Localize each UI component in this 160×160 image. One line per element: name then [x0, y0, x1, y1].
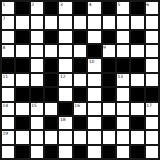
white-cell-r9c8[interactable]: [117, 131, 129, 143]
clue-number-16: 16: [74, 103, 80, 108]
white-cell-r9c7[interactable]: [103, 131, 115, 143]
black-cell-r4c9: [131, 59, 143, 71]
white-cell-r9c5[interactable]: [74, 131, 86, 143]
white-cell-r4c10[interactable]: [146, 59, 158, 71]
white-cell-r9c0[interactable]: 19: [2, 131, 14, 143]
clue-number-3: 3: [60, 2, 63, 7]
clue-number-6: 6: [146, 2, 149, 7]
black-cell-r8c9: [131, 117, 143, 129]
white-cell-r7c6[interactable]: [88, 103, 100, 115]
white-cell-r1c7[interactable]: [103, 16, 115, 28]
white-cell-r10c2[interactable]: [31, 146, 43, 158]
white-cell-r1c8[interactable]: [117, 16, 129, 28]
white-cell-r0c10[interactable]: 6: [146, 2, 158, 14]
white-cell-r6c4[interactable]: [59, 88, 71, 100]
black-cell-r4c8: [117, 59, 129, 71]
white-cell-r10c10[interactable]: [146, 146, 158, 158]
white-cell-r9c9[interactable]: [131, 131, 143, 143]
white-cell-r3c3[interactable]: [45, 45, 57, 57]
white-cell-r5c1[interactable]: [16, 74, 28, 86]
white-cell-r6c8[interactable]: [117, 88, 129, 100]
clue-number-18: 18: [60, 117, 66, 122]
white-cell-r3c4[interactable]: [59, 45, 71, 57]
white-cell-r8c4[interactable]: 18: [59, 117, 71, 129]
white-cell-r8c10[interactable]: [146, 117, 158, 129]
black-cell-r6c1: [16, 88, 28, 100]
black-cell-r8c7: [103, 117, 115, 129]
white-cell-r1c1[interactable]: [16, 16, 28, 28]
black-cell-r5c7: [103, 74, 115, 86]
black-cell-r10c1: [16, 146, 28, 158]
white-cell-r3c5[interactable]: [74, 45, 86, 57]
white-cell-r3c9[interactable]: [131, 45, 143, 57]
white-cell-r3c2[interactable]: [31, 45, 43, 57]
black-cell-r2c3: [45, 31, 57, 43]
white-cell-r5c0[interactable]: 11: [2, 74, 14, 86]
black-cell-r3c6: [88, 45, 100, 57]
white-cell-r9c4[interactable]: [59, 131, 71, 143]
clue-number-11: 11: [3, 74, 9, 79]
black-cell-r4c7: [103, 59, 115, 71]
black-cell-r2c9: [131, 31, 143, 43]
black-cell-r8c5: [74, 117, 86, 129]
white-cell-r7c0[interactable]: 14: [2, 103, 14, 115]
black-cell-r6c9: [131, 88, 143, 100]
clue-number-13: 13: [117, 74, 123, 79]
white-cell-r1c0[interactable]: 7: [2, 16, 14, 28]
black-cell-r2c5: [74, 31, 86, 43]
clue-number-2: 2: [31, 2, 34, 7]
white-cell-r0c8[interactable]: 5: [117, 2, 129, 14]
black-cell-r8c1: [16, 117, 28, 129]
white-cell-r2c10[interactable]: [146, 31, 158, 43]
white-cell-r5c2[interactable]: [31, 74, 43, 86]
clue-number-9: 9: [103, 45, 106, 50]
crossword-puzzle: 12345678910111213141516171819: [0, 0, 160, 160]
white-cell-r2c8[interactable]: [117, 31, 129, 43]
white-cell-r1c2[interactable]: [31, 16, 43, 28]
white-cell-r3c7[interactable]: 9: [103, 45, 115, 57]
black-cell-r2c7: [103, 31, 115, 43]
clue-number-1: 1: [3, 2, 6, 7]
white-cell-r9c6[interactable]: [88, 131, 100, 143]
white-cell-r2c0[interactable]: [2, 31, 14, 43]
white-cell-r4c6[interactable]: 10: [88, 59, 100, 71]
white-cell-r3c8[interactable]: [117, 45, 129, 57]
black-cell-r0c7: [103, 2, 115, 14]
white-cell-r6c0[interactable]: [2, 88, 14, 100]
white-cell-r3c10[interactable]: [146, 45, 158, 57]
white-cell-r9c2[interactable]: [31, 131, 43, 143]
clue-number-10: 10: [89, 59, 95, 64]
black-cell-r10c3: [45, 146, 57, 158]
white-cell-r7c1[interactable]: [16, 103, 28, 115]
white-cell-r1c10[interactable]: [146, 16, 158, 28]
clue-number-19: 19: [3, 131, 9, 136]
white-cell-r8c6[interactable]: [88, 117, 100, 129]
white-cell-r4c4[interactable]: [59, 59, 71, 71]
white-cell-r1c4[interactable]: [59, 16, 71, 28]
black-cell-r6c2: [31, 88, 43, 100]
white-cell-r6c6[interactable]: [88, 88, 100, 100]
black-cell-r6c10: [146, 88, 158, 100]
white-cell-r10c8[interactable]: [117, 146, 129, 158]
white-cell-r8c0[interactable]: [2, 117, 14, 129]
white-cell-r10c6[interactable]: [88, 146, 100, 158]
black-cell-r4c3: [45, 59, 57, 71]
black-cell-r10c7: [103, 146, 115, 158]
clue-number-12: 12: [60, 74, 66, 79]
black-cell-r6c5: [74, 88, 86, 100]
white-cell-r5c8[interactable]: 13: [117, 74, 129, 86]
black-cell-r4c0: [2, 59, 14, 71]
white-cell-r1c5[interactable]: [74, 16, 86, 28]
clue-number-5: 5: [117, 2, 120, 7]
white-cell-r0c0[interactable]: 1: [2, 2, 14, 14]
white-cell-r3c1[interactable]: [16, 45, 28, 57]
white-cell-r7c2[interactable]: 15: [31, 103, 43, 115]
black-cell-r7c4: [59, 103, 71, 115]
white-cell-r4c2[interactable]: [31, 59, 43, 71]
black-cell-r6c7: [103, 88, 115, 100]
white-cell-r9c3[interactable]: [45, 131, 57, 143]
black-cell-r4c5: [74, 59, 86, 71]
white-cell-r7c5[interactable]: 16: [74, 103, 86, 115]
clue-number-8: 8: [3, 45, 6, 50]
black-cell-r0c9: [131, 2, 143, 14]
black-cell-r0c5: [74, 2, 86, 14]
white-cell-r8c8[interactable]: [117, 117, 129, 129]
white-cell-r3c0[interactable]: 8: [2, 45, 14, 57]
white-cell-r5c5[interactable]: [74, 74, 86, 86]
white-cell-r7c7[interactable]: [103, 103, 115, 115]
white-cell-r5c9[interactable]: [131, 74, 143, 86]
white-cell-r2c4[interactable]: [59, 31, 71, 43]
white-cell-r2c6[interactable]: [88, 31, 100, 43]
white-cell-r7c10[interactable]: 17: [146, 103, 158, 115]
white-cell-r2c2[interactable]: [31, 31, 43, 43]
white-cell-r5c6[interactable]: [88, 74, 100, 86]
white-cell-r0c2[interactable]: 2: [31, 2, 43, 14]
white-cell-r9c10[interactable]: [146, 131, 158, 143]
black-cell-r0c3: [45, 2, 57, 14]
black-cell-r0c1: [16, 2, 28, 14]
crossword-board: 12345678910111213141516171819: [0, 0, 160, 160]
white-cell-r1c3[interactable]: [45, 16, 57, 28]
white-cell-r1c9[interactable]: [131, 16, 143, 28]
white-cell-r10c4[interactable]: [59, 146, 71, 158]
white-cell-r10c0[interactable]: [2, 146, 14, 158]
clue-number-14: 14: [3, 103, 9, 108]
black-cell-r10c5: [74, 146, 86, 158]
white-cell-r0c4[interactable]: 3: [59, 2, 71, 14]
white-cell-r5c10[interactable]: [146, 74, 158, 86]
white-cell-r7c9[interactable]: [131, 103, 143, 115]
white-cell-r7c8[interactable]: [117, 103, 129, 115]
white-cell-r1c6[interactable]: [88, 16, 100, 28]
white-cell-r8c2[interactable]: [31, 117, 43, 129]
black-cell-r10c9: [131, 146, 143, 158]
black-cell-r6c3: [45, 88, 57, 100]
black-cell-r4c1: [16, 59, 28, 71]
clue-number-4: 4: [89, 2, 92, 7]
clue-number-7: 7: [3, 16, 6, 21]
clue-number-17: 17: [146, 103, 152, 108]
clue-number-15: 15: [31, 103, 37, 108]
white-cell-r9c1[interactable]: [16, 131, 28, 143]
black-cell-r8c3: [45, 117, 57, 129]
black-cell-r2c1: [16, 31, 28, 43]
white-cell-r7c3[interactable]: [45, 103, 57, 115]
white-cell-r0c6[interactable]: 4: [88, 2, 100, 14]
black-cell-r5c3: [45, 74, 57, 86]
white-cell-r5c4[interactable]: 12: [59, 74, 71, 86]
